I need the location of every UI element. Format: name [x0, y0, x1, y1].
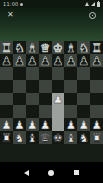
black-knight: ♞ [79, 42, 89, 54]
white-knight: ♞ [79, 132, 89, 144]
square-g7[interactable]: ♟ [77, 54, 90, 67]
white-pawn: ♟ [40, 119, 50, 131]
black-rook: ♜ [91, 42, 101, 54]
white-pawn: ♟ [91, 119, 101, 131]
white-pawn: ♟ [53, 94, 63, 106]
square-e2[interactable] [52, 118, 65, 131]
white-pawn: ♟ [1, 119, 11, 131]
square-g2[interactable]: ♟ [77, 118, 90, 131]
square-h8[interactable]: ♜ [90, 41, 103, 54]
square-e7[interactable]: ♟ [52, 54, 65, 67]
white-bishop: ♝ [66, 132, 76, 144]
clock-icon[interactable] [89, 12, 96, 19]
square-h3[interactable] [90, 105, 103, 118]
square-f2[interactable]: ♟ [64, 118, 77, 131]
square-b6[interactable] [13, 67, 26, 80]
square-d7[interactable]: ♟ [39, 54, 52, 67]
square-g6[interactable] [77, 67, 90, 80]
square-c4[interactable] [26, 93, 39, 106]
android-nav-bar [0, 162, 103, 183]
white-queen: ♛ [40, 132, 50, 144]
square-h2[interactable]: ♟ [90, 118, 103, 131]
square-c3[interactable] [26, 105, 39, 118]
square-g1[interactable]: ♞ [77, 131, 90, 144]
black-king: ♚ [53, 42, 63, 54]
square-a4[interactable] [0, 93, 13, 106]
square-f8[interactable]: ♝ [64, 41, 77, 54]
square-e3[interactable] [52, 105, 65, 118]
square-g8[interactable]: ♞ [77, 41, 90, 54]
square-c7[interactable]: ♟ [26, 54, 39, 67]
square-h5[interactable] [90, 80, 103, 93]
white-rook: ♜ [1, 132, 11, 144]
square-e8[interactable]: ♚ [52, 41, 65, 54]
white-pawn: ♟ [66, 119, 76, 131]
square-b8[interactable]: ♞ [13, 41, 26, 54]
black-pawn: ♟ [27, 55, 37, 67]
phone-screen: 11:00 ✕ ♜♞♝♛♚♝♞♜♟♟♟♟♟♟♟♟♟♟♟♟♟♟♟♟♜♞♝♛♚♝♞♜ [0, 0, 103, 183]
square-f6[interactable] [64, 67, 77, 80]
square-b3[interactable] [13, 105, 26, 118]
square-h4[interactable] [90, 93, 103, 106]
square-b4[interactable] [13, 93, 26, 106]
square-d6[interactable] [39, 67, 52, 80]
square-b5[interactable] [13, 80, 26, 93]
square-c5[interactable] [26, 80, 39, 93]
square-a7[interactable]: ♟ [0, 54, 13, 67]
square-f5[interactable] [64, 80, 77, 93]
black-pawn: ♟ [40, 55, 50, 67]
white-pawn: ♟ [27, 119, 37, 131]
black-pawn: ♟ [1, 55, 11, 67]
white-pawn: ♟ [14, 119, 24, 131]
status-time: 11:00 [3, 0, 18, 8]
white-knight: ♞ [14, 132, 24, 144]
black-bishop: ♝ [27, 42, 37, 54]
recents-button[interactable] [74, 170, 80, 176]
square-a5[interactable] [0, 80, 13, 93]
black-pawn: ♟ [91, 55, 101, 67]
black-bishop: ♝ [66, 42, 76, 54]
below-board-area [0, 144, 103, 162]
square-d8[interactable]: ♛ [39, 41, 52, 54]
square-a3[interactable] [0, 105, 13, 118]
black-pawn: ♟ [53, 55, 63, 67]
white-king: ♚ [53, 132, 63, 144]
notification-icon [20, 3, 23, 6]
square-e4[interactable]: ♟ [52, 93, 65, 106]
black-knight: ♞ [14, 42, 24, 54]
black-pawn: ♟ [14, 55, 24, 67]
toolbar: ✕ [0, 8, 103, 22]
white-bishop: ♝ [27, 132, 37, 144]
square-f7[interactable]: ♟ [64, 54, 77, 67]
square-a2[interactable]: ♟ [0, 118, 13, 131]
close-button[interactable]: ✕ [7, 11, 14, 19]
wifi-icon [85, 2, 89, 6]
square-b7[interactable]: ♟ [13, 54, 26, 67]
square-d1[interactable]: ♛ [39, 131, 52, 144]
square-c8[interactable]: ♝ [26, 41, 39, 54]
square-d5[interactable] [39, 80, 52, 93]
white-rook: ♜ [91, 132, 101, 144]
black-pawn: ♟ [79, 55, 89, 67]
square-e5[interactable] [52, 80, 65, 93]
square-e1[interactable]: ♚ [52, 131, 65, 144]
white-pawn: ♟ [79, 119, 89, 131]
square-f4[interactable] [64, 93, 77, 106]
black-pawn: ♟ [66, 55, 76, 67]
square-c1[interactable]: ♝ [26, 131, 39, 144]
black-queen: ♛ [40, 42, 50, 54]
square-a6[interactable] [0, 67, 13, 80]
square-h7[interactable]: ♟ [90, 54, 103, 67]
square-c2[interactable]: ♟ [26, 118, 39, 131]
square-b2[interactable]: ♟ [13, 118, 26, 131]
battery-icon [97, 2, 100, 7]
square-g4[interactable] [77, 93, 90, 106]
square-g5[interactable] [77, 80, 90, 93]
square-f1[interactable]: ♝ [64, 131, 77, 144]
black-rook: ♜ [1, 42, 11, 54]
square-d3[interactable] [39, 105, 52, 118]
square-h6[interactable] [90, 67, 103, 80]
status-bar: 11:00 [0, 0, 103, 8]
square-e6[interactable] [52, 67, 65, 80]
square-h1[interactable]: ♜ [90, 131, 103, 144]
square-a8[interactable]: ♜ [0, 41, 13, 54]
home-button[interactable] [48, 170, 54, 176]
square-f3[interactable] [64, 105, 77, 118]
square-d2[interactable]: ♟ [39, 118, 52, 131]
square-a1[interactable]: ♜ [0, 131, 13, 144]
square-g3[interactable] [77, 105, 90, 118]
square-b1[interactable]: ♞ [13, 131, 26, 144]
chess-board: ♜♞♝♛♚♝♞♜♟♟♟♟♟♟♟♟♟♟♟♟♟♟♟♟♜♞♝♛♚♝♞♜ [0, 41, 103, 144]
back-button[interactable] [24, 170, 29, 176]
app-header: ✕ [0, 8, 103, 41]
signal-icon [91, 2, 95, 6]
square-d4[interactable] [39, 93, 52, 106]
square-c6[interactable] [26, 67, 39, 80]
